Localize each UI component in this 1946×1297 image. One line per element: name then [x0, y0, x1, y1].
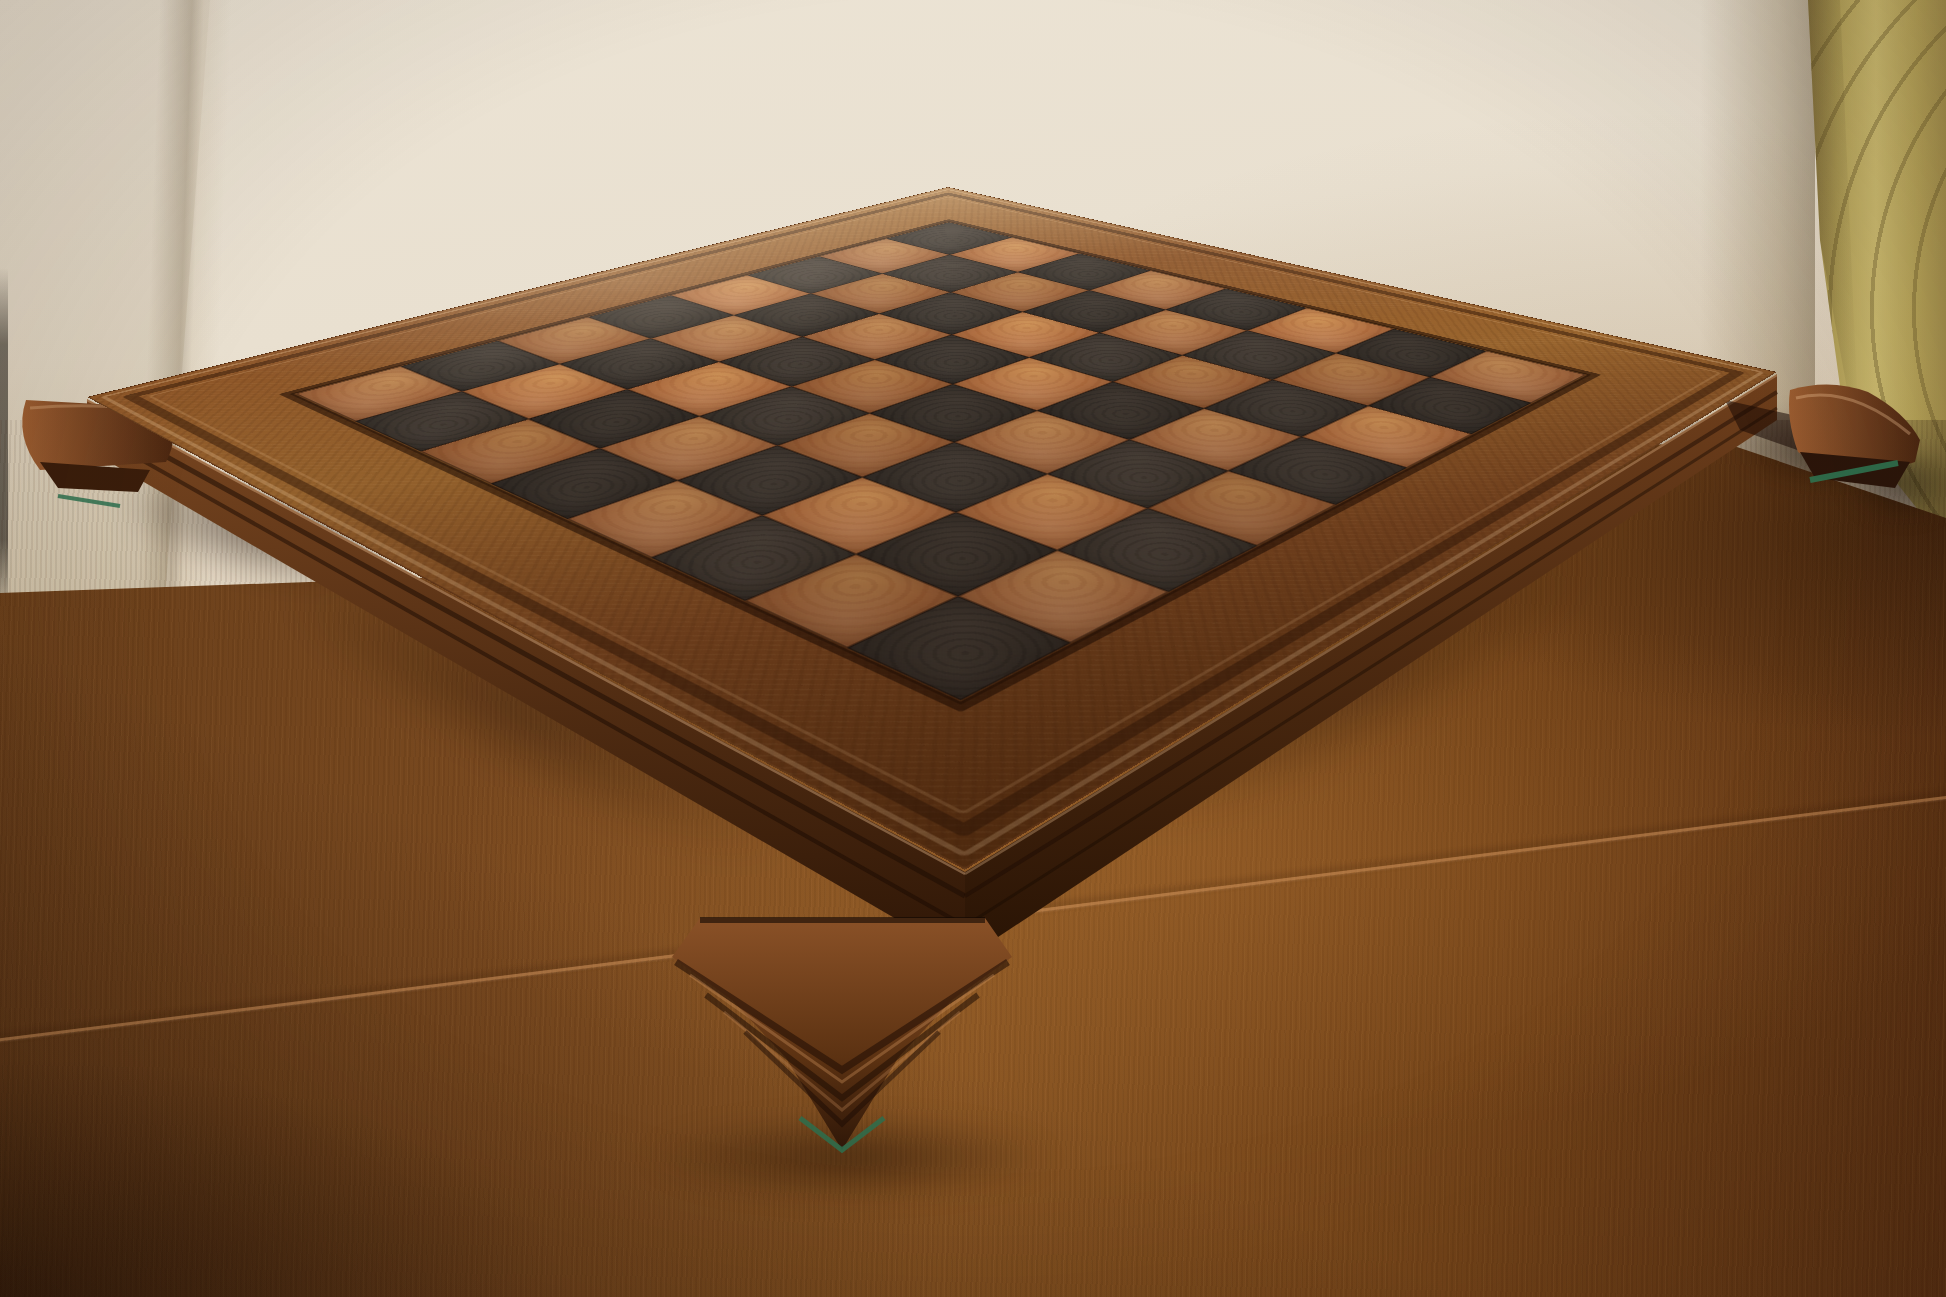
scene: [0, 0, 1946, 1297]
near-foot-shadow: [555, 1095, 1145, 1220]
